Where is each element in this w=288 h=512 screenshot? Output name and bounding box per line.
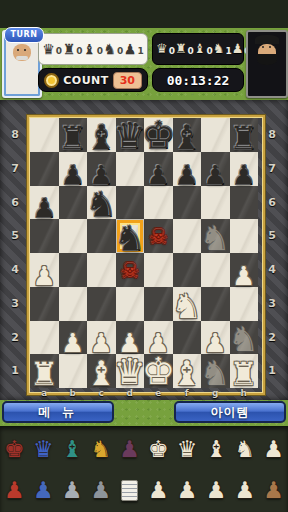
piece-black-p-e7[interactable]: ♟: [147, 162, 170, 188]
avatar-beard: [257, 54, 277, 65]
rook-icon: ♜: [63, 42, 76, 56]
item-white-pawn-doll-1[interactable]: ♟: [145, 479, 171, 502]
piece-white-p-h4[interactable]: ♟: [232, 263, 255, 289]
piece-black-p-a6[interactable]: ♟: [33, 195, 56, 221]
timer-value: 00:13:22: [167, 73, 230, 88]
captured-rook-count: ♜0: [63, 42, 83, 56]
item-row-1: ♚♛♝♞♟♚♛♝♞♟: [0, 430, 288, 468]
avatar-mustache: [16, 56, 28, 60]
count-label: COUNT: [63, 74, 109, 87]
rank-label-4-left: 4: [4, 253, 26, 287]
game-timer-panel: 00:13:22: [152, 68, 244, 92]
item-white-pawn-doll-2[interactable]: ♟: [174, 479, 200, 502]
captured-knight-count: ♞0: [103, 42, 123, 56]
knight-icon: ♞: [213, 42, 225, 56]
piece-black-n-c6[interactable]: ♞: [86, 187, 116, 221]
avatar-eye: [269, 46, 271, 48]
avatar-hair: [255, 35, 279, 44]
item-inventory-tray: ♚♛♝♞♟♚♛♝♞♟ ♟♟♟♟♟♟♟♟♟: [0, 426, 288, 512]
avatar-eye: [24, 49, 26, 51]
rank-label-5-right: 5: [260, 219, 284, 253]
rank-label-6-right: 6: [260, 186, 284, 220]
captured-white-pieces-tray: ♛0♜0♝0♞1♟0: [152, 33, 244, 65]
item-gold-knight-doll[interactable]: ♞: [88, 438, 114, 461]
rank-label-1-right: 1: [260, 354, 284, 388]
piece-white-b-c1[interactable]: ♝: [86, 356, 116, 390]
rank-label-4-right: 4: [260, 253, 284, 287]
item-red-matryoshka[interactable]: ♟: [1, 479, 27, 502]
rank-label-2-left: 2: [4, 321, 26, 355]
right-player-avatar: [248, 32, 286, 78]
captured-pawn-count: ♟1: [124, 42, 144, 56]
file-label-b: b: [59, 388, 88, 399]
menu-button[interactable]: 메 뉴: [2, 401, 114, 423]
rank-label-8-left: 8: [4, 118, 26, 152]
skull-icon-e5[interactable]: ☠: [144, 219, 173, 253]
item-silver-matryoshka-2[interactable]: ♟: [88, 479, 114, 502]
item-paper-scroll[interactable]: [117, 480, 143, 501]
piece-white-p-a4[interactable]: ♟: [33, 263, 56, 289]
item-white-bishop-doll[interactable]: ♝: [203, 438, 229, 461]
captured-queen-count: ♛0: [42, 42, 62, 56]
count-value-badge: 30: [113, 72, 142, 89]
ghost-knight-h2[interactable]: ♞: [229, 322, 259, 356]
piece-black-b-f8[interactable]: ♝: [172, 120, 202, 154]
rank-label-7-left: 7: [4, 152, 26, 186]
piece-black-n-d5[interactable]: ♞: [115, 221, 145, 255]
piece-black-k-e8[interactable]: ♚: [142, 117, 175, 154]
piece-white-n-f3[interactable]: ♞: [172, 289, 202, 323]
item-blue-matryoshka[interactable]: ♟: [30, 479, 56, 502]
bishop-icon: ♝: [83, 42, 96, 56]
item-teal-bishop-doll[interactable]: ♝: [59, 438, 85, 461]
knight-icon: ♞: [103, 42, 116, 56]
item-white-queen-doll[interactable]: ♛: [174, 438, 200, 461]
rank-label-5-left: 5: [4, 219, 26, 253]
item-white-pawn-doll-3[interactable]: ♟: [203, 479, 229, 502]
queen-icon: ♛: [156, 42, 168, 56]
item-button[interactable]: 아이템: [174, 401, 286, 423]
piece-white-k-e1[interactable]: ♚: [142, 353, 175, 390]
paper-scroll-icon: [121, 480, 138, 501]
piece-white-r-h1[interactable]: ♜: [229, 358, 258, 390]
item-white-knight-doll[interactable]: ♞: [232, 438, 258, 461]
piece-black-p-b7[interactable]: ♟: [61, 162, 84, 188]
item-red-king-doll[interactable]: ♚: [1, 438, 27, 461]
rank-label-8-right: 8: [260, 118, 284, 152]
right-player-card: [246, 30, 288, 98]
item-blue-queen-doll[interactable]: ♛: [30, 438, 56, 461]
piece-black-p-f7[interactable]: ♟: [175, 162, 198, 188]
turn-badge: TURN: [4, 27, 44, 43]
chess-app-screen: TURN ♛0♜0♝0♞0♟1 ♛0♜0♝0♞1♟0 COUNT 30 00:1…: [0, 0, 288, 512]
ghost-knight-g5[interactable]: ♞: [200, 221, 230, 255]
avatar-eye: [262, 46, 264, 48]
captured-rook-count: ♜0: [175, 42, 194, 56]
item-wood-pawn-doll[interactable]: ♟: [261, 479, 287, 502]
item-white-pawn-doll[interactable]: ♟: [261, 438, 287, 461]
rank-label-6-left: 6: [4, 186, 26, 220]
move-count-panel: COUNT 30: [38, 68, 148, 92]
rank-label-3-left: 3: [4, 287, 26, 321]
pawn-icon: ♟: [124, 42, 137, 56]
item-silver-matryoshka[interactable]: ♟: [59, 479, 85, 502]
queen-icon: ♛: [42, 42, 55, 56]
avatar-eye: [17, 49, 19, 51]
piece-black-b-c8[interactable]: ♝: [86, 120, 116, 154]
item-row-2: ♟♟♟♟♟♟♟♟♟: [0, 471, 288, 509]
captured-knight-count: ♞1: [213, 42, 232, 56]
clock-icon: [44, 73, 59, 88]
piece-white-r-a1[interactable]: ♜: [30, 358, 59, 390]
rook-icon: ♜: [175, 42, 187, 56]
skull-icon-d4[interactable]: ☠: [116, 253, 145, 287]
captured-bishop-count: ♝0: [83, 42, 103, 56]
piece-white-b-f1[interactable]: ♝: [172, 356, 202, 390]
rank-label-1-left: 1: [4, 354, 26, 388]
bishop-icon: ♝: [194, 42, 206, 56]
piece-black-p-h7[interactable]: ♟: [232, 162, 255, 188]
item-white-pawn-doll-4[interactable]: ♟: [232, 479, 258, 502]
captured-black-pieces-tray: ♛0♜0♝0♞0♟1: [38, 33, 148, 65]
captured-bishop-count: ♝0: [194, 42, 213, 56]
piece-black-p-g7[interactable]: ♟: [204, 162, 227, 188]
rank-label-7-right: 7: [260, 152, 284, 186]
rank-label-2-right: 2: [260, 321, 284, 355]
piece-black-r-b8[interactable]: ♜: [58, 122, 87, 154]
pawn-icon: ♟: [232, 42, 244, 56]
captured-queen-count: ♛0: [156, 42, 175, 56]
top-strip: [0, 0, 288, 28]
item-purple-pawn-doll[interactable]: ♟: [117, 438, 143, 461]
piece-white-p-b2[interactable]: ♟: [61, 330, 84, 356]
item-white-king-doll[interactable]: ♚: [145, 438, 171, 461]
ghost-knight-g1[interactable]: ♞: [200, 356, 230, 390]
piece-black-r-h8[interactable]: ♜: [229, 122, 258, 154]
rank-label-3-right: 3: [260, 287, 284, 321]
